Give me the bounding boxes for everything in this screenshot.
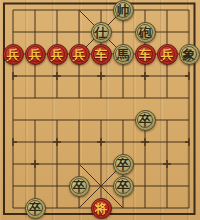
piece-glyph: 砲 [139,21,152,42]
piece-glyph: 兵 [73,43,86,64]
piece-red-pawn[interactable]: 兵 [3,44,24,65]
piece-red-pawn[interactable]: 兵 [25,44,46,65]
piece-glyph: 将 [95,197,108,218]
piece-glyph: 帅 [117,0,130,20]
piece-olive-pawn[interactable]: 卒 [113,176,134,197]
piece-red-chariot[interactable]: 车 [135,44,156,65]
piece-glyph: 兵 [51,43,64,64]
piece-red-chariot[interactable]: 车 [91,44,112,65]
piece-olive-pawn[interactable]: 卒 [69,176,90,197]
piece-glyph: 卒 [117,175,130,196]
piece-glyph: 卒 [117,153,130,174]
piece-red-general[interactable]: 将 [91,198,112,219]
piece-glyph: 兵 [29,43,42,64]
piece-olive-pawn[interactable]: 卒 [25,198,46,219]
piece-olive-pawn[interactable]: 卒 [113,154,134,175]
piece-glyph: 车 [139,43,152,64]
piece-red-pawn[interactable]: 兵 [47,44,68,65]
xiangqi-board: 帅仕砲兵兵兵兵车馬车兵象卒卒卒卒卒将 [0,0,200,220]
piece-red-pawn[interactable]: 兵 [69,44,90,65]
piece-olive-pawn[interactable]: 卒 [135,110,156,131]
piece-glyph: 卒 [139,109,152,130]
piece-red-pawn[interactable]: 兵 [157,44,178,65]
piece-glyph: 象 [183,43,196,64]
piece-olive-horse[interactable]: 馬 [113,44,134,65]
piece-glyph: 兵 [161,43,174,64]
piece-glyph: 仕 [95,21,108,42]
piece-glyph: 卒 [29,197,42,218]
piece-olive-cannon[interactable]: 砲 [135,22,156,43]
piece-glyph: 卒 [73,175,86,196]
piece-olive-general[interactable]: 帅 [113,0,134,21]
piece-glyph: 兵 [7,43,20,64]
piece-glyph: 车 [95,43,108,64]
piece-olive-advisor[interactable]: 仕 [91,22,112,43]
piece-olive-elephant[interactable]: 象 [179,44,200,65]
piece-glyph: 馬 [117,43,130,64]
